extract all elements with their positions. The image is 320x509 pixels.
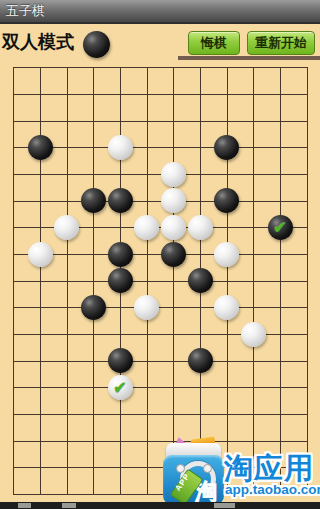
- black-stone: [108, 268, 133, 293]
- white-stone: [161, 215, 186, 240]
- white-stone: [214, 242, 239, 267]
- black-stone: [108, 188, 133, 213]
- grid-line-horizontal: [13, 147, 307, 148]
- white-stone: [241, 322, 266, 347]
- black-stone: ✔: [268, 215, 293, 240]
- white-stone: [28, 242, 53, 267]
- app-screen: ✔✔ 五子棋 双人模式 悔棋 重新开始 淘 APP 淘应用 app.taobao…: [0, 0, 320, 509]
- game-header: 双人模式 悔棋 重新开始: [0, 24, 320, 60]
- black-stone: [108, 242, 133, 267]
- ad-banner[interactable]: 淘 APP 淘应用 app.taobao.com: [160, 441, 320, 507]
- header-shadow: [178, 56, 320, 60]
- last-move-check-icon: ✔: [268, 215, 293, 240]
- ad-url-text[interactable]: app.taobao.com: [225, 482, 320, 497]
- bag-rivet: [203, 464, 212, 473]
- turn-indicator-black-stone-icon: [83, 31, 110, 58]
- white-stone: [161, 162, 186, 187]
- white-stone: [214, 295, 239, 320]
- taobao-app-store-icon[interactable]: 淘 APP: [163, 443, 224, 505]
- grid-line-horizontal: [13, 121, 307, 122]
- white-stone: [134, 215, 159, 240]
- bottom-cutoff-strip: [0, 502, 320, 509]
- grid-line-horizontal: [13, 307, 307, 308]
- grid-line-horizontal: [13, 361, 307, 362]
- white-stone: [188, 215, 213, 240]
- black-stone: [214, 188, 239, 213]
- last-move-check-icon: ✔: [108, 375, 133, 400]
- undo-button[interactable]: 悔棋: [188, 31, 240, 55]
- strip-segment: [214, 503, 235, 508]
- grid-line-horizontal: [13, 67, 307, 68]
- strip-segment: [18, 503, 31, 508]
- grid-line-horizontal: [13, 281, 307, 282]
- title-bar: 五子棋: [0, 0, 320, 24]
- black-stone: [108, 348, 133, 373]
- black-stone: [188, 268, 213, 293]
- black-stone: [161, 242, 186, 267]
- mode-label: 双人模式: [2, 30, 74, 54]
- white-stone: [161, 188, 186, 213]
- restart-button[interactable]: 重新开始: [247, 31, 315, 55]
- grid-line-horizontal: [13, 387, 307, 388]
- black-stone: [28, 135, 53, 160]
- grid-line-horizontal: [13, 94, 307, 95]
- grid-line-horizontal: [13, 414, 307, 415]
- gomoku-board[interactable]: ✔✔: [0, 0, 320, 509]
- white-stone: [108, 135, 133, 160]
- white-stone: [134, 295, 159, 320]
- white-stone: ✔: [108, 375, 133, 400]
- black-stone: [214, 135, 239, 160]
- black-stone: [188, 348, 213, 373]
- black-stone: [81, 188, 106, 213]
- app-title: 五子棋: [6, 0, 45, 22]
- black-stone: [81, 295, 106, 320]
- white-stone: [54, 215, 79, 240]
- strip-segment: [62, 503, 76, 508]
